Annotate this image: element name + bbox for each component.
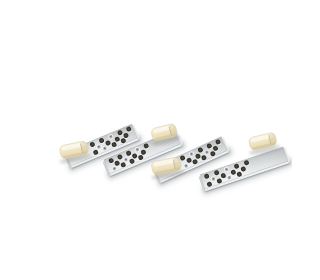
scene-canvas: [40, 16, 292, 280]
product-photo: [40, 16, 292, 280]
